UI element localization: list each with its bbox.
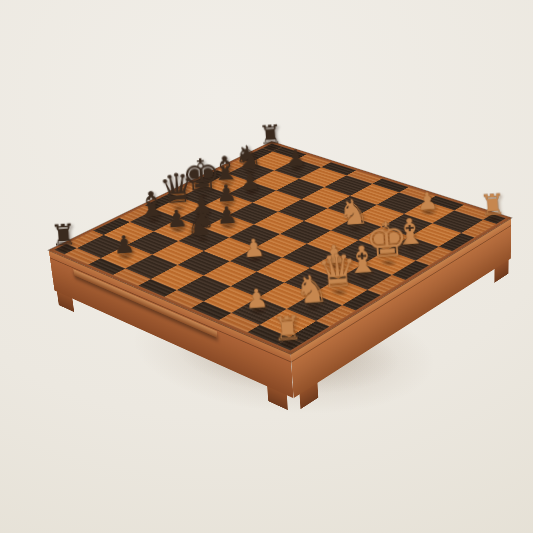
pawn-glyph: ♟	[285, 148, 306, 170]
pawn-glyph: ♟	[244, 286, 269, 312]
rook-glyph: ♜	[49, 221, 77, 250]
board-foot	[57, 292, 74, 313]
backdrop: ♜♜♟♟♞♝♟♞♝♚♟♚♛♟♟♟♝♝♟♞♟♛♞♟♟♜♜	[0, 0, 533, 533]
pawn-glyph: ♟	[242, 236, 266, 261]
light-rook-a1[interactable]: ♜	[250, 311, 325, 347]
knight-glyph: ♞	[184, 206, 218, 241]
dark-pawn-a7[interactable]: ♟	[91, 232, 157, 260]
knight-glyph: ♞	[293, 271, 330, 310]
dark-knight-c6[interactable]: ♞	[168, 205, 234, 243]
dark-rook-a8[interactable]: ♜	[30, 220, 96, 252]
rook-glyph: ♜	[478, 191, 506, 220]
board-foot	[494, 260, 508, 283]
light-rook-h1[interactable]: ♜	[459, 190, 525, 222]
pawn-glyph: ♟	[112, 233, 135, 258]
rook-glyph: ♜	[271, 313, 303, 346]
light-pawn-c4[interactable]: ♟	[220, 234, 287, 262]
light-knight-b1[interactable]: ♞	[276, 269, 348, 310]
